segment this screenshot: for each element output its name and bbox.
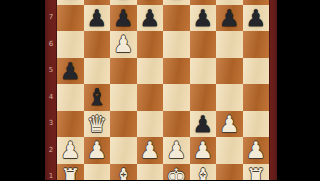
square-e5[interactable] <box>163 58 190 85</box>
rank-label-3: 3 <box>45 111 57 138</box>
black-pawn: ♟ <box>192 111 213 137</box>
black-pawn: ♟ <box>139 5 160 31</box>
black-pawn: ♟ <box>245 5 266 31</box>
square-h3[interactable] <box>243 111 270 138</box>
square-g1[interactable] <box>216 164 243 181</box>
square-b5[interactable] <box>84 58 111 85</box>
white-king: ♚ <box>166 164 187 180</box>
square-c5[interactable] <box>110 58 137 85</box>
white-pawn: ♟ <box>245 137 266 163</box>
square-h6[interactable] <box>243 31 270 58</box>
square-c7[interactable]: ♟ <box>110 5 137 32</box>
square-a3[interactable] <box>57 111 84 138</box>
square-d4[interactable] <box>137 84 164 111</box>
square-h5[interactable] <box>243 58 270 85</box>
square-f4[interactable] <box>190 84 217 111</box>
square-c4[interactable] <box>110 84 137 111</box>
square-b3[interactable]: ♛ <box>84 111 111 138</box>
white-pawn: ♟ <box>86 137 107 163</box>
square-a5[interactable]: ♟ <box>57 58 84 85</box>
square-h4[interactable] <box>243 84 270 111</box>
white-pawn: ♟ <box>192 137 213 163</box>
square-e6[interactable] <box>163 31 190 58</box>
square-c2[interactable] <box>110 137 137 164</box>
thumbnail-canvas: 87654321 ♜♝♛♚♜♟♟♟♟♟♟♟♟♝♛♟♟♟♟♟♟♟♟♜♝♚♝♜ <box>0 0 320 180</box>
square-g5[interactable] <box>216 58 243 85</box>
white-bishop: ♝ <box>192 164 213 180</box>
square-f3[interactable]: ♟ <box>190 111 217 138</box>
rank-label-4: 4 <box>45 84 57 111</box>
right-pillarbox-bar <box>277 0 320 180</box>
square-f7[interactable]: ♟ <box>190 5 217 32</box>
square-h7[interactable]: ♟ <box>243 5 270 32</box>
white-bishop: ♝ <box>113 164 134 180</box>
white-pawn: ♟ <box>139 137 160 163</box>
square-b6[interactable] <box>84 31 111 58</box>
rank-label-5: 5 <box>45 58 57 85</box>
white-pawn: ♟ <box>60 137 81 163</box>
square-f6[interactable] <box>190 31 217 58</box>
white-rook: ♜ <box>60 164 81 180</box>
square-g3[interactable]: ♟ <box>216 111 243 138</box>
white-pawn: ♟ <box>166 137 187 163</box>
square-c3[interactable] <box>110 111 137 138</box>
square-c1[interactable]: ♝ <box>110 164 137 181</box>
square-a6[interactable] <box>57 31 84 58</box>
black-pawn: ♟ <box>219 5 240 31</box>
square-d2[interactable]: ♟ <box>137 137 164 164</box>
black-pawn: ♟ <box>60 58 81 84</box>
square-f5[interactable] <box>190 58 217 85</box>
square-g6[interactable] <box>216 31 243 58</box>
rank-label-2: 2 <box>45 137 57 164</box>
white-rook: ♜ <box>245 164 266 180</box>
square-e2[interactable]: ♟ <box>163 137 190 164</box>
black-bishop: ♝ <box>86 84 107 110</box>
square-g4[interactable] <box>216 84 243 111</box>
square-h2[interactable]: ♟ <box>243 137 270 164</box>
square-d6[interactable] <box>137 31 164 58</box>
square-d7[interactable]: ♟ <box>137 5 164 32</box>
square-a4[interactable] <box>57 84 84 111</box>
square-e7[interactable] <box>163 5 190 32</box>
square-b2[interactable]: ♟ <box>84 137 111 164</box>
square-b7[interactable]: ♟ <box>84 5 111 32</box>
white-pawn: ♟ <box>113 31 134 57</box>
square-d5[interactable] <box>137 58 164 85</box>
square-e3[interactable] <box>163 111 190 138</box>
square-d1[interactable] <box>137 164 164 181</box>
rank-labels: 87654321 <box>45 0 57 180</box>
chessboard-frame: 87654321 ♜♝♛♚♜♟♟♟♟♟♟♟♟♝♛♟♟♟♟♟♟♟♟♜♝♚♝♜ <box>45 0 277 180</box>
left-pillarbox-bar <box>0 0 45 180</box>
square-g2[interactable] <box>216 137 243 164</box>
square-e4[interactable] <box>163 84 190 111</box>
square-e1[interactable]: ♚ <box>163 164 190 181</box>
black-pawn: ♟ <box>192 5 213 31</box>
white-queen: ♛ <box>86 111 107 137</box>
square-g7[interactable]: ♟ <box>216 5 243 32</box>
white-pawn: ♟ <box>219 111 240 137</box>
black-pawn: ♟ <box>86 5 107 31</box>
square-a2[interactable]: ♟ <box>57 137 84 164</box>
square-b4[interactable]: ♝ <box>84 84 111 111</box>
square-f1[interactable]: ♝ <box>190 164 217 181</box>
square-a1[interactable]: ♜ <box>57 164 84 181</box>
square-b1[interactable] <box>84 164 111 181</box>
rank-label-6: 6 <box>45 31 57 58</box>
chessboard: ♜♝♛♚♜♟♟♟♟♟♟♟♟♝♛♟♟♟♟♟♟♟♟♜♝♚♝♜ <box>57 0 269 180</box>
black-pawn: ♟ <box>113 5 134 31</box>
square-h1[interactable]: ♜ <box>243 164 270 181</box>
square-c6[interactable]: ♟ <box>110 31 137 58</box>
square-a7[interactable] <box>57 5 84 32</box>
square-f2[interactable]: ♟ <box>190 137 217 164</box>
rank-label-7: 7 <box>45 5 57 32</box>
square-d3[interactable] <box>137 111 164 138</box>
rank-label-1: 1 <box>45 164 57 181</box>
